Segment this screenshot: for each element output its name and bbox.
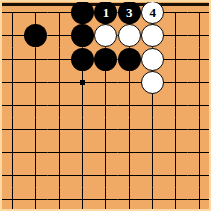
intersection [94,94,117,117]
intersection [71,94,94,117]
black-stone [71,48,94,71]
intersection [164,164,187,187]
black-stone-move-3: 3 [118,2,141,24]
intersection [2,94,24,117]
intersection [164,94,187,117]
intersection [2,2,24,24]
white-stone-move-4: 4 [141,2,164,24]
intersection [48,188,71,209]
intersection [141,164,164,187]
intersection [141,94,164,117]
white-stone [141,24,164,47]
black-stone [24,24,47,47]
intersection [94,141,117,164]
intersection [48,2,71,24]
intersection [118,141,141,164]
intersection: 4 [141,2,164,24]
intersection [164,2,187,24]
intersection [2,164,24,187]
intersection [141,141,164,164]
intersection [24,118,47,141]
intersection [188,164,209,187]
intersection [94,24,117,47]
intersection: 3 [118,2,141,24]
intersection [71,24,94,47]
intersection [188,71,209,94]
intersection [118,24,141,47]
white-stone [118,24,141,47]
white-stone [141,48,164,71]
go-board: 134 [2,2,209,209]
intersection [118,188,141,209]
black-stone [118,48,141,71]
black-stone [71,24,94,47]
intersection [118,94,141,117]
intersection [2,24,24,47]
intersection [48,164,71,187]
intersection [48,48,71,71]
intersection [141,188,164,209]
intersection [164,188,187,209]
intersection [71,188,94,209]
board-grid: 134 [2,2,209,209]
intersection [2,71,24,94]
white-stone [141,71,164,94]
intersection [71,48,94,71]
intersection [48,71,71,94]
intersection [2,118,24,141]
intersection [94,48,117,71]
square-marker [80,80,85,85]
intersection [48,94,71,117]
intersection [71,164,94,187]
intersection [141,24,164,47]
intersection [24,2,47,24]
intersection [48,24,71,47]
intersection [2,141,24,164]
white-stone [94,24,117,47]
intersection [118,48,141,71]
intersection [94,164,117,187]
intersection [141,48,164,71]
intersection [71,118,94,141]
intersection [94,71,117,94]
intersection [164,48,187,71]
black-stone [94,48,117,71]
black-stone [71,2,94,24]
intersection [71,141,94,164]
intersection [2,188,24,209]
intersection [141,118,164,141]
intersection [188,2,209,24]
diagram-frame: 134 [0,0,211,211]
intersection [71,2,94,24]
intersection [188,94,209,117]
intersection [188,48,209,71]
intersection [24,164,47,187]
intersection [94,188,117,209]
intersection [71,71,94,94]
intersection [164,71,187,94]
intersection [188,188,209,209]
intersection [2,48,24,71]
intersection [94,118,117,141]
intersection [164,118,187,141]
intersection [24,188,47,209]
intersection [118,118,141,141]
intersection [141,71,164,94]
intersection [48,141,71,164]
intersection [24,94,47,117]
intersection [118,164,141,187]
intersection [188,141,209,164]
intersection [48,118,71,141]
intersection [188,118,209,141]
intersection: 1 [94,2,117,24]
black-stone-move-1: 1 [94,2,117,24]
intersection [164,141,187,164]
intersection [164,24,187,47]
intersection [24,24,47,47]
intersection [24,71,47,94]
intersection [24,48,47,71]
intersection [188,24,209,47]
intersection [118,71,141,94]
intersection [24,141,47,164]
